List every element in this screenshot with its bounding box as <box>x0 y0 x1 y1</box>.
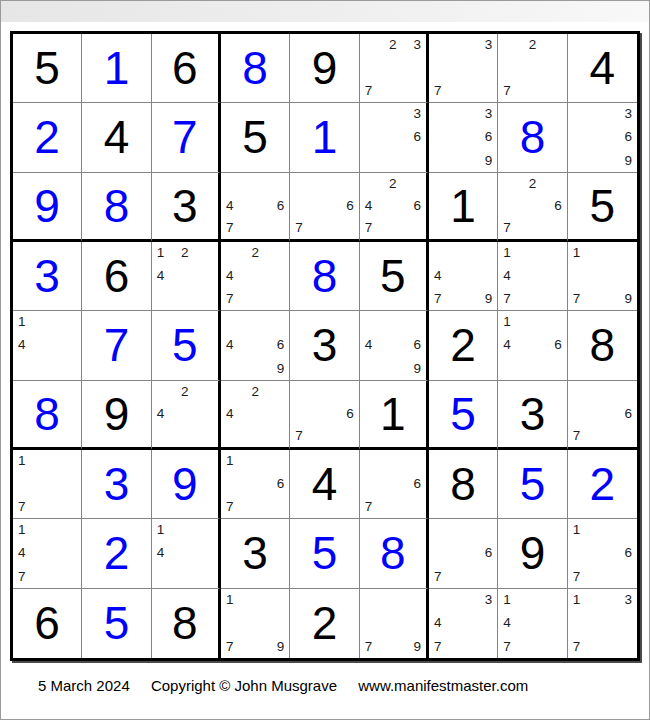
cell-r4c1[interactable]: 3 <box>13 242 82 311</box>
pencil-slot-empty <box>315 423 334 443</box>
pencil-slot-empty <box>157 286 176 306</box>
pencil-slot-empty <box>453 286 472 306</box>
pencil-mark-9: 9 <box>612 286 632 306</box>
pencil-slot-empty <box>542 57 561 77</box>
pencil-mark-7: 7 <box>226 286 245 306</box>
cell-r5c3[interactable]: 5 <box>152 311 221 380</box>
pencil-slot-empty <box>365 592 384 613</box>
pencil-marks: 24 <box>226 384 284 443</box>
cell-r7c7[interactable]: 8 <box>429 450 498 519</box>
pencil-mark-6: 6 <box>402 195 421 215</box>
footer-copyright: Copyright © John Musgrave <box>151 677 337 694</box>
pencil-mark-9: 9 <box>473 147 492 167</box>
cell-r4c2[interactable]: 6 <box>82 242 151 311</box>
cell-r6c4[interactable]: 24 <box>221 381 290 450</box>
cell-r9c2[interactable]: 5 <box>82 589 151 658</box>
pencil-slot-empty <box>383 453 402 473</box>
pencil-slot-empty <box>612 423 632 443</box>
cell-r3c6[interactable]: 2467 <box>360 173 429 242</box>
cell-r5c4[interactable]: 469 <box>221 311 290 380</box>
cell-r9c6[interactable]: 79 <box>360 589 429 658</box>
given-digit: 9 <box>104 391 130 437</box>
pencil-marks: 469 <box>226 314 284 375</box>
pencil-mark-1: 1 <box>157 522 176 542</box>
entered-digit: 5 <box>450 391 476 437</box>
pencil-mark-2: 2 <box>175 384 194 404</box>
pencil-mark-2: 2 <box>245 245 264 265</box>
pencil-slot-empty <box>453 265 472 285</box>
pencil-slot-empty <box>315 215 334 235</box>
cell-r4c3[interactable]: 124 <box>152 242 221 311</box>
pencil-mark-2: 2 <box>175 245 194 265</box>
pencil-slot-empty <box>265 215 284 235</box>
cell-r8c2[interactable]: 2 <box>82 519 151 588</box>
pencil-slot-empty <box>245 423 264 443</box>
pencil-slot-empty <box>175 265 194 285</box>
pencil-slot-empty <box>434 522 453 542</box>
pencil-slot-empty <box>334 384 353 404</box>
pencil-slot-empty <box>334 423 353 443</box>
pencil-mark-4: 4 <box>226 335 245 355</box>
pencil-slot-empty <box>226 612 245 633</box>
cell-r5c6[interactable]: 469 <box>360 311 429 380</box>
cell-r4c8[interactable]: 147 <box>498 242 567 311</box>
pencil-mark-9: 9 <box>402 355 421 375</box>
cell-r3c4[interactable]: 467 <box>221 173 290 242</box>
cell-r7c4[interactable]: 167 <box>221 450 290 519</box>
pencil-marks: 67 <box>434 522 492 583</box>
pencil-slot-empty <box>194 245 213 265</box>
cell-r5c7[interactable]: 2 <box>429 311 498 380</box>
pencil-slot-empty <box>334 215 353 235</box>
pencil-mark-6: 6 <box>612 127 632 147</box>
cell-r8c1[interactable]: 147 <box>13 519 82 588</box>
pencil-mark-7: 7 <box>503 215 522 235</box>
entered-digit: 8 <box>380 530 406 576</box>
pencil-mark-1: 1 <box>226 592 245 613</box>
pencil-slot-empty <box>592 592 612 613</box>
pencil-slot-empty <box>226 355 245 375</box>
pencil-slot-empty <box>523 78 542 98</box>
pencil-slot-empty <box>265 245 284 265</box>
pencil-slot-empty <box>402 592 421 613</box>
cell-r7c3[interactable]: 9 <box>152 450 221 519</box>
pencil-slot-empty <box>542 215 561 235</box>
given-digit: 8 <box>590 322 616 368</box>
pencil-marks: 179 <box>226 592 284 654</box>
cell-r8c5[interactable]: 5 <box>290 519 359 588</box>
pencil-slot-empty <box>383 195 402 215</box>
pencil-marks: 267 <box>503 176 561 235</box>
pencil-slot-empty <box>523 355 542 375</box>
entered-digit: 8 <box>104 183 130 229</box>
pencil-mark-6: 6 <box>542 195 561 215</box>
pencil-mark-4: 4 <box>365 195 384 215</box>
pencil-mark-7: 7 <box>573 423 593 443</box>
cell-r1c1[interactable]: 5 <box>13 34 82 103</box>
pencil-mark-7: 7 <box>365 78 384 98</box>
given-digit: 3 <box>312 322 338 368</box>
pencil-slot-empty <box>542 633 561 654</box>
cell-r1c5[interactable]: 9 <box>290 34 359 103</box>
cell-r7c2[interactable]: 3 <box>82 450 151 519</box>
cell-r1c6[interactable]: 237 <box>360 34 429 103</box>
cell-r7c1[interactable]: 17 <box>13 450 82 519</box>
cell-r2c4[interactable]: 5 <box>221 103 290 172</box>
footer-date: 5 March 2024 <box>38 677 130 694</box>
pencil-slot-empty <box>402 57 421 77</box>
entered-digit: 3 <box>104 461 130 507</box>
given-digit: 6 <box>34 600 60 646</box>
cell-r3c8[interactable]: 267 <box>498 173 567 242</box>
pencil-slot-empty <box>434 37 453 57</box>
footer: 5 March 2024 Copyright © John Musgrave w… <box>1 677 649 694</box>
given-digit: 5 <box>34 45 60 91</box>
pencil-slot-empty <box>453 592 472 613</box>
cell-r2c7[interactable]: 369 <box>429 103 498 172</box>
pencil-marks: 36 <box>365 106 421 167</box>
cell-r8c7[interactable]: 67 <box>429 519 498 588</box>
pencil-slot-empty <box>265 384 284 404</box>
pencil-mark-2: 2 <box>523 176 542 196</box>
cell-r9c7[interactable]: 347 <box>429 589 498 658</box>
pencil-slot-empty <box>265 314 284 334</box>
cell-r3c1[interactable]: 9 <box>13 173 82 242</box>
pencil-slot-empty <box>434 57 453 77</box>
cell-r6c1[interactable]: 8 <box>13 381 82 450</box>
pencil-mark-9: 9 <box>612 147 632 167</box>
cell-r8c6[interactable]: 8 <box>360 519 429 588</box>
pencil-slot-empty <box>18 473 37 493</box>
pencil-slot-empty <box>57 314 76 334</box>
pencil-marks: 179 <box>573 245 632 306</box>
entered-digit: 2 <box>590 461 616 507</box>
pencil-slot-empty <box>592 543 612 563</box>
pencil-mark-4: 4 <box>18 543 37 563</box>
pencil-mark-4: 4 <box>434 265 453 285</box>
cell-r9c8[interactable]: 147 <box>498 589 567 658</box>
pencil-mark-7: 7 <box>573 286 593 306</box>
pencil-slot-empty <box>573 106 593 126</box>
pencil-slot-empty <box>523 314 542 334</box>
pencil-slot-empty <box>37 473 56 493</box>
pencil-slot-empty <box>157 384 176 404</box>
cell-r4c4[interactable]: 247 <box>221 242 290 311</box>
entered-digit: 5 <box>172 322 198 368</box>
pencil-slot-empty <box>612 245 632 265</box>
pencil-slot-empty <box>453 633 472 654</box>
pencil-mark-2: 2 <box>383 176 402 196</box>
pencil-slot-empty <box>523 57 542 77</box>
pencil-slot-empty <box>265 494 284 514</box>
pencil-slot-empty <box>245 355 264 375</box>
pencil-mark-1: 1 <box>226 453 245 473</box>
cell-r6c7[interactable]: 5 <box>429 381 498 450</box>
pencil-slot-empty <box>334 176 353 196</box>
given-digit: 3 <box>242 530 268 576</box>
pencil-slot-empty <box>265 403 284 423</box>
cell-r5c2[interactable]: 7 <box>82 311 151 380</box>
cell-r5c8[interactable]: 146 <box>498 311 567 380</box>
pencil-mark-9: 9 <box>265 355 284 375</box>
pencil-slot-empty <box>365 355 384 375</box>
given-digit: 4 <box>590 45 616 91</box>
given-digit: 5 <box>380 253 406 299</box>
cell-r1c7[interactable]: 37 <box>429 34 498 103</box>
pencil-mark-3: 3 <box>473 592 492 613</box>
pencil-slot-empty <box>365 147 384 167</box>
pencil-slot-empty <box>265 286 284 306</box>
pencil-slot-empty <box>453 106 472 126</box>
given-digit: 8 <box>450 461 476 507</box>
cell-r6c5[interactable]: 67 <box>290 381 359 450</box>
pencil-slot-empty <box>175 423 194 443</box>
pencil-slot-empty <box>523 195 542 215</box>
cell-r3c9[interactable]: 5 <box>568 173 637 242</box>
cell-r7c8[interactable]: 5 <box>498 450 567 519</box>
cell-r4c5[interactable]: 8 <box>290 242 359 311</box>
cell-r6c3[interactable]: 24 <box>152 381 221 450</box>
pencil-slot-empty <box>365 473 384 493</box>
pencil-slot-empty <box>612 563 632 583</box>
pencil-slot-empty <box>592 127 612 147</box>
cell-r4c6[interactable]: 5 <box>360 242 429 311</box>
given-digit: 8 <box>172 600 198 646</box>
pencil-slot-empty <box>592 612 612 633</box>
pencil-slot-empty <box>383 473 402 493</box>
pencil-slot-empty <box>383 494 402 514</box>
pencil-slot-empty <box>265 592 284 613</box>
pencil-mark-6: 6 <box>334 195 353 215</box>
cell-r8c8[interactable]: 9 <box>498 519 567 588</box>
pencil-slot-empty <box>245 592 264 613</box>
cell-r5c5[interactable]: 3 <box>290 311 359 380</box>
pencil-slot-empty <box>365 453 384 473</box>
cell-r4c7[interactable]: 479 <box>429 242 498 311</box>
pencil-marks: 369 <box>573 106 632 167</box>
pencil-slot-empty <box>194 423 213 443</box>
pencil-slot-empty <box>226 423 245 443</box>
cell-r6c6[interactable]: 1 <box>360 381 429 450</box>
pencil-slot-empty <box>57 543 76 563</box>
pencil-marks: 14 <box>157 522 213 583</box>
pencil-mark-2: 2 <box>523 37 542 57</box>
pencil-slot-empty <box>383 612 402 633</box>
cell-r2c6[interactable]: 36 <box>360 103 429 172</box>
pencil-mark-6: 6 <box>265 335 284 355</box>
pencil-mark-7: 7 <box>573 633 593 654</box>
pencil-marks: 469 <box>365 314 421 375</box>
pencil-slot-empty <box>383 215 402 235</box>
cell-r3c5[interactable]: 67 <box>290 173 359 242</box>
pencil-slot-empty <box>194 543 213 563</box>
cell-r9c9[interactable]: 137 <box>568 589 637 658</box>
cell-r2c8[interactable]: 8 <box>498 103 567 172</box>
pencil-slot-empty <box>592 245 612 265</box>
pencil-slot-empty <box>612 384 632 404</box>
pencil-slot-empty <box>402 494 421 514</box>
pencil-slot-empty <box>157 563 176 583</box>
pencil-slot-empty <box>57 494 76 514</box>
cell-r3c2[interactable]: 8 <box>82 173 151 242</box>
cell-r1c4[interactable]: 8 <box>221 34 290 103</box>
cell-r8c3[interactable]: 14 <box>152 519 221 588</box>
pencil-slot-empty <box>245 195 264 215</box>
cell-r9c3[interactable]: 8 <box>152 589 221 658</box>
pencil-slot-empty <box>542 265 561 285</box>
cell-r9c4[interactable]: 179 <box>221 589 290 658</box>
pencil-slot-empty <box>542 355 561 375</box>
pencil-slot-empty <box>542 314 561 334</box>
cell-r6c9[interactable]: 67 <box>568 381 637 450</box>
pencil-slot-empty <box>265 176 284 196</box>
pencil-slot-empty <box>383 78 402 98</box>
pencil-slot-empty <box>245 176 264 196</box>
pencil-slot-empty <box>592 403 612 423</box>
pencil-slot-empty <box>57 522 76 542</box>
pencil-mark-6: 6 <box>542 335 561 355</box>
pencil-slot-empty <box>542 286 561 306</box>
given-digit: 2 <box>312 600 338 646</box>
pencil-mark-9: 9 <box>473 286 492 306</box>
given-digit: 9 <box>520 530 546 576</box>
pencil-slot-empty <box>453 127 472 147</box>
cell-r7c6[interactable]: 67 <box>360 450 429 519</box>
pencil-slot-empty <box>245 403 264 423</box>
pencil-marks: 37 <box>434 37 492 98</box>
pencil-slot-empty <box>383 106 402 126</box>
cell-r1c2[interactable]: 1 <box>82 34 151 103</box>
pencil-slot-empty <box>194 286 213 306</box>
pencil-slot-empty <box>592 563 612 583</box>
cell-r2c2[interactable]: 4 <box>82 103 151 172</box>
pencil-mark-4: 4 <box>226 265 245 285</box>
pencil-slot-empty <box>592 633 612 654</box>
cell-r3c3[interactable]: 3 <box>152 173 221 242</box>
pencil-mark-1: 1 <box>503 592 522 613</box>
cell-r1c8[interactable]: 27 <box>498 34 567 103</box>
cell-r8c4[interactable]: 3 <box>221 519 290 588</box>
pencil-slot-empty <box>226 384 245 404</box>
cell-r3c7[interactable]: 1 <box>429 173 498 242</box>
pencil-slot-empty <box>265 265 284 285</box>
given-digit: 5 <box>242 114 268 160</box>
cell-r9c5[interactable]: 2 <box>290 589 359 658</box>
pencil-mark-1: 1 <box>18 314 37 334</box>
pencil-slot-empty <box>245 633 264 654</box>
pencil-slot-empty <box>245 612 264 633</box>
pencil-mark-4: 4 <box>226 403 245 423</box>
pencil-marks: 17 <box>18 453 76 514</box>
cell-r6c2[interactable]: 9 <box>82 381 151 450</box>
pencil-slot-empty <box>315 403 334 423</box>
pencil-slot-empty <box>18 355 37 375</box>
pencil-marks: 147 <box>503 592 561 654</box>
cell-r1c9[interactable]: 4 <box>568 34 637 103</box>
pencil-slot-empty <box>523 245 542 265</box>
entered-digit: 2 <box>34 114 60 160</box>
pencil-slot-empty <box>245 473 264 493</box>
pencil-mark-7: 7 <box>365 494 384 514</box>
pencil-marks: 147 <box>18 522 76 583</box>
pencil-slot-empty <box>265 453 284 473</box>
pencil-mark-2: 2 <box>245 384 264 404</box>
cell-r5c1[interactable]: 14 <box>13 311 82 380</box>
pencil-slot-empty <box>473 522 492 542</box>
pencil-mark-7: 7 <box>503 78 522 98</box>
pencil-mark-6: 6 <box>265 473 284 493</box>
pencil-slot-empty <box>402 176 421 196</box>
pencil-slot-empty <box>434 147 453 167</box>
pencil-slot-empty <box>473 245 492 265</box>
pencil-marks: 2467 <box>365 176 421 235</box>
entered-digit: 2 <box>104 530 130 576</box>
pencil-slot-empty <box>365 314 384 334</box>
pencil-mark-7: 7 <box>434 78 453 98</box>
pencil-marks: 79 <box>365 592 421 654</box>
cell-r2c9[interactable]: 369 <box>568 103 637 172</box>
cell-r2c5[interactable]: 1 <box>290 103 359 172</box>
pencil-slot-empty <box>383 147 402 167</box>
pencil-slot-empty <box>245 314 264 334</box>
pencil-slot-empty <box>503 37 522 57</box>
sudoku-board: 5168923737274247513636983699834676724671… <box>10 31 640 661</box>
pencil-slot-empty <box>402 147 421 167</box>
pencil-slot-empty <box>612 633 632 654</box>
pencil-slot-empty <box>453 522 472 542</box>
cell-r2c3[interactable]: 7 <box>152 103 221 172</box>
pencil-mark-1: 1 <box>503 314 522 334</box>
pencil-marks: 27 <box>503 37 561 98</box>
pencil-slot-empty <box>226 245 245 265</box>
cell-r2c1[interactable]: 2 <box>13 103 82 172</box>
pencil-slot-empty <box>402 314 421 334</box>
pencil-slot-empty <box>573 147 593 167</box>
pencil-slot-empty <box>573 543 593 563</box>
cell-r5c9[interactable]: 8 <box>568 311 637 380</box>
pencil-slot-empty <box>245 335 264 355</box>
pencil-mark-7: 7 <box>226 633 245 654</box>
pencil-mark-1: 1 <box>573 245 593 265</box>
pencil-slot-empty <box>365 106 384 126</box>
pencil-slot-empty <box>402 453 421 473</box>
pencil-mark-4: 4 <box>18 335 37 355</box>
entered-digit: 7 <box>172 114 198 160</box>
pencil-slot-empty <box>175 286 194 306</box>
cell-r6c8[interactable]: 3 <box>498 381 567 450</box>
cell-r4c9[interactable]: 179 <box>568 242 637 311</box>
pencil-slot-empty <box>383 633 402 654</box>
pencil-slot-empty <box>245 265 264 285</box>
cell-r1c3[interactable]: 6 <box>152 34 221 103</box>
pencil-marks: 167 <box>573 522 632 583</box>
pencil-mark-4: 4 <box>226 195 245 215</box>
cell-r7c9[interactable]: 2 <box>568 450 637 519</box>
pencil-slot-empty <box>523 592 542 613</box>
cell-r9c1[interactable]: 6 <box>13 589 82 658</box>
pencil-slot-empty <box>453 37 472 57</box>
pencil-slot-empty <box>402 78 421 98</box>
pencil-slot-empty <box>175 543 194 563</box>
entered-digit: 8 <box>242 45 268 91</box>
pencil-mark-7: 7 <box>18 494 37 514</box>
pencil-slot-empty <box>503 195 522 215</box>
cell-r8c9[interactable]: 167 <box>568 519 637 588</box>
pencil-slot-empty <box>245 286 264 306</box>
cell-r7c5[interactable]: 4 <box>290 450 359 519</box>
pencil-slot-empty <box>365 127 384 147</box>
pencil-slot-empty <box>612 612 632 633</box>
